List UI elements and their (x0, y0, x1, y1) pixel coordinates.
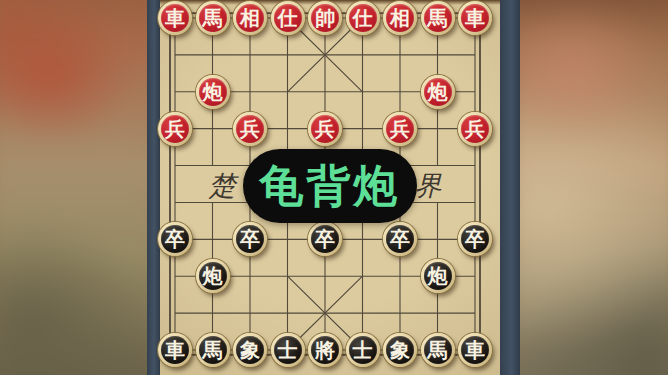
piece-black-horse[interactable]: 馬 (421, 333, 455, 367)
piece-glyph: 帥 (315, 4, 335, 32)
piece-disc: 仕 (349, 4, 377, 32)
piece-black-general[interactable]: 將 (308, 333, 342, 367)
piece-glyph: 車 (465, 336, 485, 364)
piece-disc: 卒 (386, 225, 414, 253)
screenshot-stage: 楚 界 車馬相仕帥仕相馬車炮炮兵兵兵兵兵卒卒卒卒卒炮炮車馬象士將士象馬車 龟背炮 (0, 0, 668, 375)
piece-red-chariot[interactable]: 車 (158, 1, 192, 35)
piece-disc: 車 (161, 336, 189, 364)
piece-red-advisor[interactable]: 仕 (271, 1, 305, 35)
piece-glyph: 卒 (465, 225, 485, 253)
piece-disc: 兵 (311, 115, 339, 143)
piece-red-advisor[interactable]: 仕 (346, 1, 380, 35)
piece-glyph: 車 (165, 4, 185, 32)
piece-glyph: 車 (465, 4, 485, 32)
piece-disc: 士 (274, 336, 302, 364)
piece-red-elephant[interactable]: 相 (233, 1, 267, 35)
piece-black-elephant[interactable]: 象 (233, 333, 267, 367)
piece-glyph: 象 (240, 336, 260, 364)
piece-disc: 將 (311, 336, 339, 364)
piece-disc: 馬 (199, 336, 227, 364)
piece-disc: 卒 (236, 225, 264, 253)
piece-black-pawn[interactable]: 卒 (233, 222, 267, 256)
piece-black-elephant[interactable]: 象 (383, 333, 417, 367)
piece-red-cannon[interactable]: 炮 (421, 75, 455, 109)
piece-glyph: 炮 (203, 262, 223, 290)
piece-glyph: 卒 (240, 225, 260, 253)
piece-black-advisor[interactable]: 士 (346, 333, 380, 367)
piece-glyph: 炮 (428, 262, 448, 290)
piece-disc: 車 (461, 336, 489, 364)
piece-glyph: 兵 (165, 115, 185, 143)
piece-disc: 仕 (274, 4, 302, 32)
piece-red-pawn[interactable]: 兵 (308, 112, 342, 146)
piece-glyph: 象 (390, 336, 410, 364)
piece-glyph: 仕 (278, 4, 298, 32)
piece-disc: 馬 (424, 336, 452, 364)
piece-black-cannon[interactable]: 炮 (196, 259, 230, 293)
piece-black-pawn[interactable]: 卒 (458, 222, 492, 256)
piece-glyph: 兵 (315, 115, 335, 143)
piece-glyph: 車 (165, 336, 185, 364)
piece-glyph: 兵 (465, 115, 485, 143)
piece-glyph: 炮 (428, 78, 448, 106)
piece-disc: 相 (236, 4, 264, 32)
opening-name-text: 龟背炮 (260, 157, 401, 216)
piece-disc: 車 (161, 4, 189, 32)
piece-glyph: 卒 (315, 225, 335, 253)
piece-glyph: 兵 (390, 115, 410, 143)
piece-black-chariot[interactable]: 車 (158, 333, 192, 367)
piece-disc: 車 (461, 4, 489, 32)
piece-disc: 象 (236, 336, 264, 364)
piece-glyph: 相 (240, 4, 260, 32)
piece-red-pawn[interactable]: 兵 (383, 112, 417, 146)
piece-black-advisor[interactable]: 士 (271, 333, 305, 367)
piece-red-elephant[interactable]: 相 (383, 1, 417, 35)
piece-red-pawn[interactable]: 兵 (458, 112, 492, 146)
piece-disc: 炮 (424, 262, 452, 290)
piece-black-chariot[interactable]: 車 (458, 333, 492, 367)
piece-disc: 炮 (424, 78, 452, 106)
piece-glyph: 馬 (203, 4, 223, 32)
piece-disc: 卒 (311, 225, 339, 253)
piece-disc: 象 (386, 336, 414, 364)
piece-disc: 帥 (311, 4, 339, 32)
piece-glyph: 相 (390, 4, 410, 32)
piece-disc: 炮 (199, 78, 227, 106)
piece-glyph: 馬 (203, 336, 223, 364)
piece-disc: 馬 (199, 4, 227, 32)
piece-glyph: 卒 (390, 225, 410, 253)
piece-disc: 炮 (199, 262, 227, 290)
piece-red-cannon[interactable]: 炮 (196, 75, 230, 109)
piece-glyph: 馬 (428, 336, 448, 364)
piece-disc: 士 (349, 336, 377, 364)
piece-red-general[interactable]: 帥 (308, 1, 342, 35)
piece-disc: 相 (386, 4, 414, 32)
piece-black-horse[interactable]: 馬 (196, 333, 230, 367)
piece-black-cannon[interactable]: 炮 (421, 259, 455, 293)
piece-black-pawn[interactable]: 卒 (308, 222, 342, 256)
piece-disc: 卒 (161, 225, 189, 253)
piece-disc: 兵 (386, 115, 414, 143)
piece-glyph: 仕 (353, 4, 373, 32)
piece-disc: 馬 (424, 4, 452, 32)
opening-name-label: 龟背炮 (243, 149, 417, 223)
piece-red-chariot[interactable]: 車 (458, 1, 492, 35)
piece-black-pawn[interactable]: 卒 (158, 222, 192, 256)
piece-red-pawn[interactable]: 兵 (158, 112, 192, 146)
piece-glyph: 士 (278, 336, 298, 364)
piece-disc: 兵 (161, 115, 189, 143)
piece-disc: 兵 (236, 115, 264, 143)
piece-glyph: 炮 (203, 78, 223, 106)
piece-glyph: 兵 (240, 115, 260, 143)
piece-disc: 卒 (461, 225, 489, 253)
piece-red-horse[interactable]: 馬 (421, 1, 455, 35)
piece-black-pawn[interactable]: 卒 (383, 222, 417, 256)
piece-glyph: 馬 (428, 4, 448, 32)
piece-glyph: 士 (353, 336, 373, 364)
piece-red-horse[interactable]: 馬 (196, 1, 230, 35)
piece-glyph: 卒 (165, 225, 185, 253)
piece-disc: 兵 (461, 115, 489, 143)
piece-red-pawn[interactable]: 兵 (233, 112, 267, 146)
piece-glyph: 將 (315, 336, 335, 364)
